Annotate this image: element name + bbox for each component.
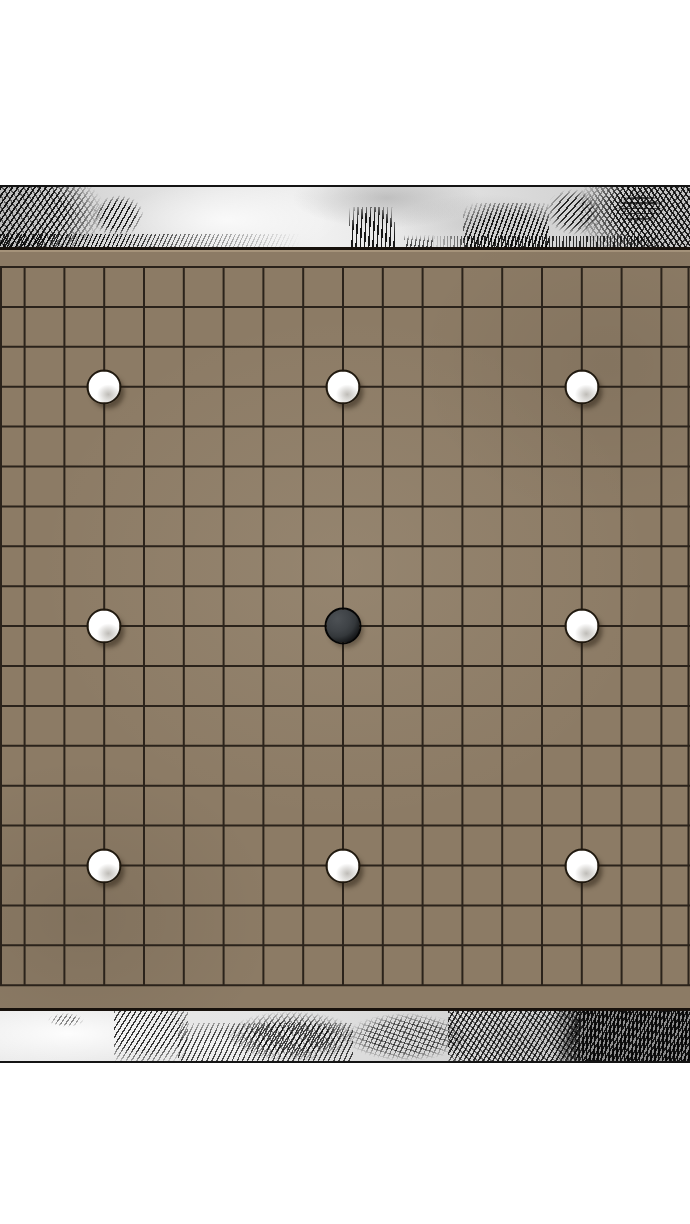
grass-tuft-top-mid <box>349 207 395 247</box>
panel-border-bottom <box>0 1061 690 1063</box>
hatch-patch-bottom-left <box>114 1011 188 1061</box>
white-stone <box>564 369 599 404</box>
webtoon-page <box>0 0 690 1224</box>
go-board <box>0 247 690 1011</box>
ink-specks-bottom-left <box>48 1013 84 1027</box>
ground-band-bottom <box>0 1011 690 1061</box>
stones-layer <box>0 250 690 1008</box>
white-stone <box>326 848 361 883</box>
white-stone <box>326 369 361 404</box>
white-stone <box>564 848 599 883</box>
white-stone <box>87 848 122 883</box>
black-stone <box>325 608 362 645</box>
hatch-patch-top-left <box>90 192 146 239</box>
white-stone <box>87 369 122 404</box>
white-stone <box>564 609 599 644</box>
hatch-dense-bottom-right <box>553 1011 690 1061</box>
white-stone <box>87 609 122 644</box>
ground-band-top <box>0 187 690 247</box>
grass-hatch-top-right-corner <box>572 187 690 247</box>
hatch-patch-bottom-mid <box>226 1011 358 1061</box>
grass-fringe-top-left <box>0 234 300 247</box>
